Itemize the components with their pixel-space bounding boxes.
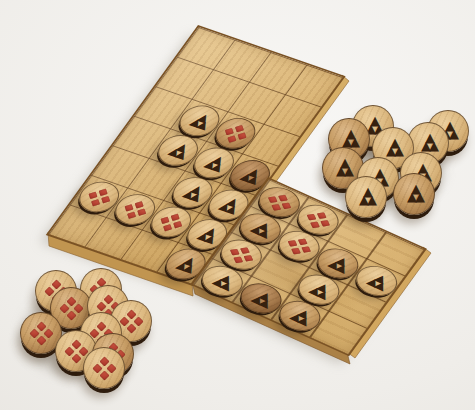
triangle-motif-bottom: ▲▲: [176, 261, 195, 272]
triangle-motif-bottom: ▲▲: [407, 193, 423, 201]
triangle-motif: ▲▲▲: [407, 185, 423, 201]
triangle-motif: ▲▲▲: [386, 139, 402, 155]
triangle-motif: ▲▲▲: [309, 281, 332, 299]
triangle-motif: ▲▲▲: [197, 226, 220, 243]
triangle-motif: ▲▲▲: [183, 184, 206, 201]
diamond-motif: [306, 212, 329, 228]
triangle-motif-bottom: ▲▲: [386, 147, 402, 155]
triangle-motif-bottom: ▲▲: [421, 142, 437, 150]
triangle-motif-bottom: ▲▲: [219, 202, 238, 213]
triangle-motif-bottom: ▲▲: [212, 277, 231, 289]
diamond-motif: [225, 124, 247, 142]
triangle-motif: ▲▲▲: [342, 130, 358, 146]
triangle-motif: ▲▲▲: [219, 196, 242, 213]
triangle-motif: ▲▲▲: [328, 254, 351, 272]
diamond-motif: [124, 201, 146, 219]
triangle-motif: ▲▲▲: [421, 134, 437, 150]
triangle-motif: ▲▲▲: [204, 154, 227, 171]
triangle-motif-bottom: ▲▲: [168, 147, 187, 158]
triangle-motif: ▲▲▲: [336, 159, 352, 175]
triangle-motif: ▲▲▲: [176, 255, 199, 272]
triangle-motif-bottom: ▲▲: [290, 312, 309, 324]
triangle-motif: ▲▲▲: [189, 112, 212, 129]
triangle-motif-bottom: ▲▲: [240, 172, 259, 183]
triangle-motif: ▲▲▲: [168, 141, 191, 158]
triangle-pile-disc[interactable]: ▲▲▲: [393, 173, 435, 215]
triangle-motif: ▲▲▲: [290, 307, 313, 325]
diamond-motif: [287, 238, 310, 254]
triangle-motif-bottom: ▲▲: [342, 138, 358, 146]
diamond-pile-disc[interactable]: [83, 347, 125, 389]
triangle-motif-bottom: ▲▲: [250, 225, 269, 237]
photo-scene: ▲▲▲▲▲▲▲▲▲▲▲▲▲▲▲▲▲▲▲▲▲▲▲▲ ▲▲▲▲▲▲▲▲▲▲▲▲▲▲▲…: [0, 0, 475, 410]
diamond-motif: [230, 247, 253, 263]
diamond-motif: [88, 188, 110, 206]
diamond-motif: [92, 356, 116, 380]
triangle-motif-bottom: ▲▲: [204, 160, 223, 171]
triangle-motif-bottom: ▲▲: [189, 118, 208, 129]
diamond-motif: [268, 194, 291, 210]
triangle-motif: ▲▲▲: [240, 166, 263, 183]
triangle-motif: ▲▲▲: [359, 188, 375, 204]
diamond-motif: [29, 321, 53, 345]
triangle-motif: ▲▲▲: [212, 272, 235, 290]
triangle-motif-bottom: ▲▲: [309, 286, 328, 298]
triangle-motif-bottom: ▲▲: [359, 196, 375, 204]
triangle-motif: ▲▲▲: [251, 289, 274, 307]
triangle-motif: ▲▲▲: [367, 272, 390, 290]
triangle-motif-bottom: ▲▲: [367, 277, 386, 289]
triangle-motif-bottom: ▲▲: [183, 189, 202, 200]
triangle-motif-bottom: ▲▲: [328, 260, 347, 272]
triangle-motif-bottom: ▲▲: [197, 232, 216, 243]
diamond-motif: [160, 213, 182, 231]
triangle-pile-disc[interactable]: ▲▲▲: [345, 176, 387, 218]
triangle-motif-bottom: ▲▲: [251, 295, 270, 307]
diamond-motif: [119, 309, 143, 333]
triangle-motif: ▲▲▲: [250, 219, 273, 237]
diamond-motif: [59, 296, 83, 320]
triangle-motif-bottom: ▲▲: [336, 167, 352, 175]
